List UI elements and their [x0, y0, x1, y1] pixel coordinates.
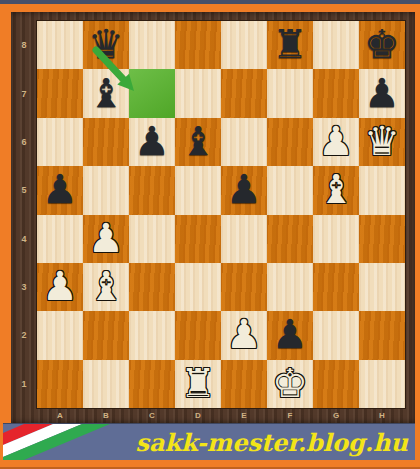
piece-black-rook: ♜	[272, 24, 308, 64]
piece-black-queen: ♛	[88, 24, 124, 64]
piece-black-pawn: ♟	[364, 73, 400, 113]
square-b3[interactable]: ♝	[83, 263, 129, 311]
chess-diagram-page: { "game": "chess", "position": { "fen_pi…	[0, 0, 420, 469]
rank-label-7: 7	[11, 69, 37, 117]
file-label-h: H	[359, 408, 405, 423]
piece-white-pawn: ♟	[42, 266, 78, 306]
square-a5[interactable]: ♟	[37, 166, 83, 214]
square-c3[interactable]	[129, 263, 175, 311]
square-b6[interactable]	[83, 118, 129, 166]
square-c4[interactable]	[129, 215, 175, 263]
rank-label-6: 6	[11, 118, 37, 166]
square-f7[interactable]	[267, 69, 313, 117]
piece-white-pawn: ♟	[226, 314, 262, 354]
square-a4[interactable]	[37, 215, 83, 263]
file-label-d: D	[175, 408, 221, 423]
square-e2[interactable]: ♟	[221, 311, 267, 359]
square-a7[interactable]	[37, 69, 83, 117]
square-a8[interactable]	[37, 21, 83, 69]
square-c6[interactable]: ♟	[129, 118, 175, 166]
square-c5[interactable]	[129, 166, 175, 214]
square-g4[interactable]	[313, 215, 359, 263]
square-f4[interactable]	[267, 215, 313, 263]
piece-black-pawn: ♟	[226, 169, 262, 209]
square-c7[interactable]	[129, 69, 175, 117]
rank-label-4: 4	[11, 215, 37, 263]
square-e4[interactable]	[221, 215, 267, 263]
chess-board: ♛♜♚♝♟♟♝♟♛♟♟♝♟♟♝♟♟♜♚	[37, 21, 405, 408]
file-label-g: G	[313, 408, 359, 423]
square-d3[interactable]	[175, 263, 221, 311]
square-h2[interactable]	[359, 311, 405, 359]
square-g6[interactable]: ♟	[313, 118, 359, 166]
rank-label-8: 8	[11, 21, 37, 69]
piece-white-bishop: ♝	[88, 266, 124, 306]
square-f6[interactable]	[267, 118, 313, 166]
square-a3[interactable]: ♟	[37, 263, 83, 311]
piece-white-king: ♚	[272, 363, 308, 403]
square-e1[interactable]	[221, 360, 267, 408]
square-h7[interactable]: ♟	[359, 69, 405, 117]
square-b8[interactable]: ♛	[83, 21, 129, 69]
square-b1[interactable]	[83, 360, 129, 408]
piece-black-king: ♚	[364, 24, 400, 64]
piece-white-pawn: ♟	[318, 121, 354, 161]
square-g2[interactable]	[313, 311, 359, 359]
top-navy-strip	[0, 0, 420, 4]
square-c2[interactable]	[129, 311, 175, 359]
square-h1[interactable]	[359, 360, 405, 408]
square-g3[interactable]	[313, 263, 359, 311]
square-e6[interactable]	[221, 118, 267, 166]
square-a6[interactable]	[37, 118, 83, 166]
square-b7[interactable]: ♝	[83, 69, 129, 117]
square-c8[interactable]	[129, 21, 175, 69]
square-f3[interactable]	[267, 263, 313, 311]
square-e8[interactable]	[221, 21, 267, 69]
rank-label-3: 3	[11, 263, 37, 311]
square-g1[interactable]	[313, 360, 359, 408]
hungarian-flag-icon	[3, 424, 133, 460]
square-h6[interactable]: ♛	[359, 118, 405, 166]
square-e5[interactable]: ♟	[221, 166, 267, 214]
square-g7[interactable]	[313, 69, 359, 117]
file-label-b: B	[83, 408, 129, 423]
rank-label-1: 1	[11, 360, 37, 408]
file-label-a: A	[37, 408, 83, 423]
square-h8[interactable]: ♚	[359, 21, 405, 69]
file-labels: ABCDEFGH	[37, 408, 405, 423]
piece-black-pawn: ♟	[272, 314, 308, 354]
square-b2[interactable]	[83, 311, 129, 359]
square-d2[interactable]	[175, 311, 221, 359]
square-f1[interactable]: ♚	[267, 360, 313, 408]
footer-banner: sakk-mester.blog.hu	[3, 423, 415, 460]
square-d6[interactable]: ♝	[175, 118, 221, 166]
piece-white-bishop: ♝	[318, 169, 354, 209]
square-f2[interactable]: ♟	[267, 311, 313, 359]
rank-label-5: 5	[11, 166, 37, 214]
square-e7[interactable]	[221, 69, 267, 117]
square-d4[interactable]	[175, 215, 221, 263]
square-h4[interactable]	[359, 215, 405, 263]
file-label-c: C	[129, 408, 175, 423]
piece-black-pawn: ♟	[134, 121, 170, 161]
square-d5[interactable]	[175, 166, 221, 214]
piece-white-queen: ♛	[364, 121, 400, 161]
square-a2[interactable]	[37, 311, 83, 359]
piece-white-rook: ♜	[180, 363, 216, 403]
square-h3[interactable]	[359, 263, 405, 311]
square-c1[interactable]	[129, 360, 175, 408]
file-label-f: F	[267, 408, 313, 423]
square-b4[interactable]: ♟	[83, 215, 129, 263]
square-d1[interactable]: ♜	[175, 360, 221, 408]
rank-label-2: 2	[11, 311, 37, 359]
piece-black-pawn: ♟	[42, 169, 78, 209]
square-f8[interactable]: ♜	[267, 21, 313, 69]
rank-labels: 87654321	[11, 21, 37, 408]
square-f5[interactable]	[267, 166, 313, 214]
piece-white-pawn: ♟	[88, 218, 124, 258]
square-d8[interactable]	[175, 21, 221, 69]
square-e3[interactable]	[221, 263, 267, 311]
square-h5[interactable]	[359, 166, 405, 214]
square-d7[interactable]	[175, 69, 221, 117]
square-a1[interactable]	[37, 360, 83, 408]
square-g5[interactable]: ♝	[313, 166, 359, 214]
square-b5[interactable]	[83, 166, 129, 214]
file-label-e: E	[221, 408, 267, 423]
piece-black-bishop: ♝	[88, 73, 124, 113]
piece-black-bishop: ♝	[180, 121, 216, 161]
square-g8[interactable]	[313, 21, 359, 69]
site-url-text[interactable]: sakk-mester.blog.hu	[135, 428, 415, 457]
